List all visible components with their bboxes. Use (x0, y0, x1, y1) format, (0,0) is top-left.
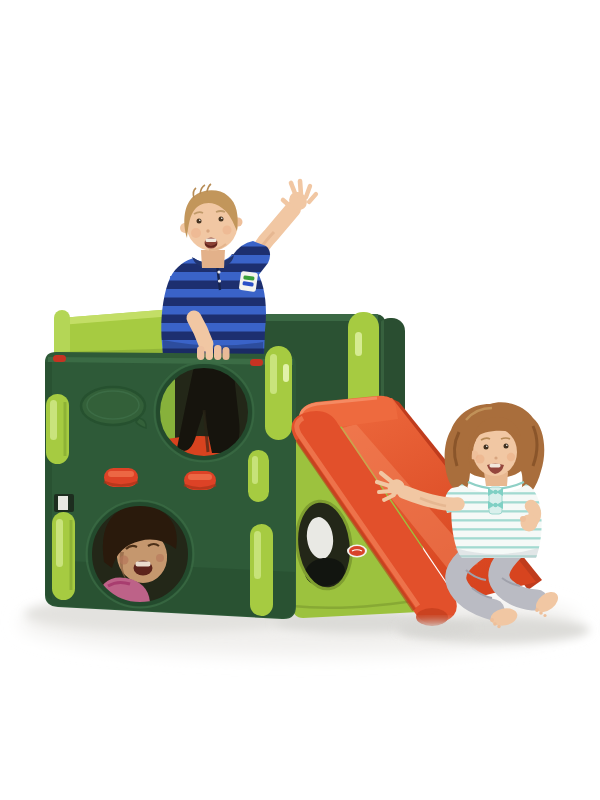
red-grip-left (104, 468, 138, 487)
girl-eye-left (484, 445, 489, 450)
rivet-right (250, 359, 263, 366)
little-tikes-badge (347, 545, 367, 558)
boy-open-mouth (205, 238, 218, 249)
red-grip-right (184, 471, 216, 490)
lower-porthole (87, 501, 194, 608)
corner-grip-right-lower (250, 524, 273, 616)
boy-eye-right (219, 217, 224, 222)
slide-contact-shadow (396, 621, 476, 635)
corner-grip-right-upper (265, 346, 292, 440)
corner-grip-right-mid (248, 450, 269, 502)
corner-grip-left-lower (52, 512, 75, 600)
product-photo (0, 0, 600, 800)
rivet-left (53, 355, 66, 362)
boy-eye-left (197, 219, 202, 224)
product-photo-stage (0, 0, 600, 800)
corner-grip-left-upper (46, 394, 69, 464)
boy-neck (201, 250, 225, 268)
upper-porthole (155, 363, 254, 462)
boy-chest-patch (239, 271, 258, 292)
girl-eye-right (504, 444, 509, 449)
cube-front-panel (45, 346, 296, 619)
